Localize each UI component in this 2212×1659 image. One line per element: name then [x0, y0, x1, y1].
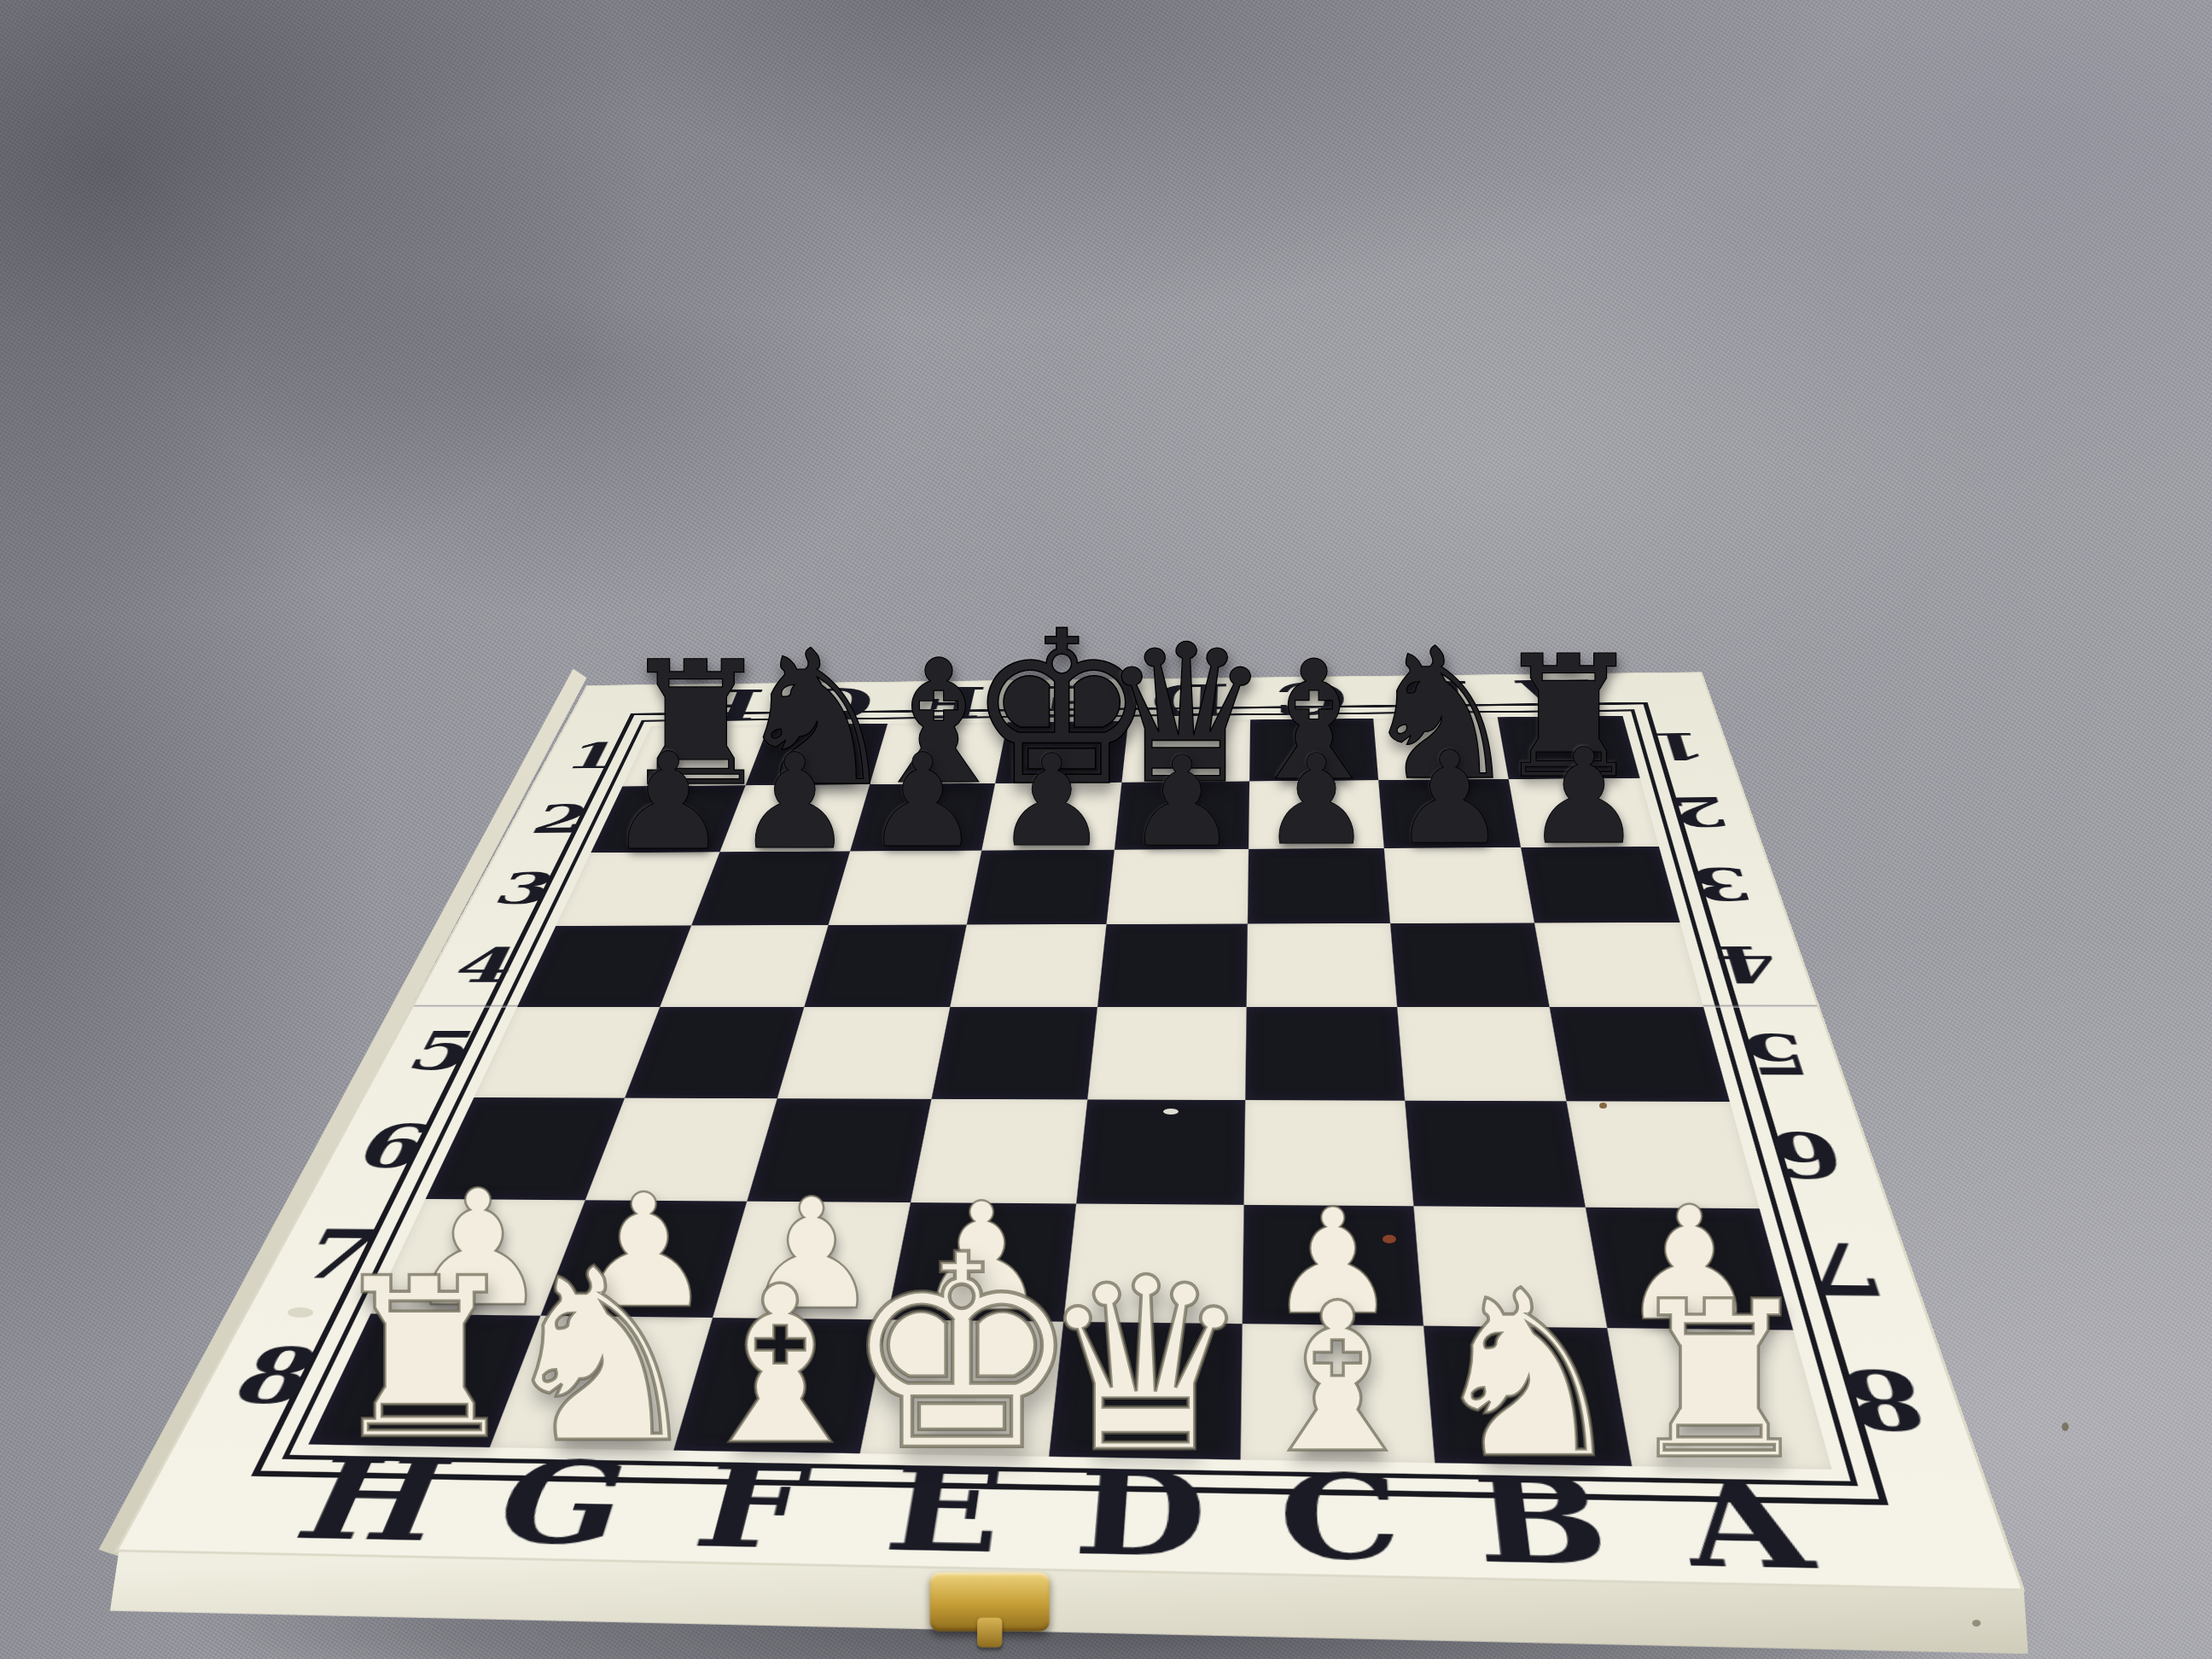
square-f1 — [870, 722, 1007, 784]
square-a3 — [1521, 847, 1680, 923]
square-c2 — [1249, 780, 1384, 849]
photo-scene: { "game": "chess", "scene": { "descripti… — [0, 0, 2212, 1659]
file-label-top-c: C — [1250, 677, 1373, 719]
file-label-top-a: A — [1490, 674, 1623, 718]
square-c6 — [1244, 1100, 1414, 1206]
square-f3 — [829, 851, 982, 925]
file-label-top-e: E — [1008, 679, 1133, 722]
square-b8 — [1423, 1326, 1632, 1466]
square-c4 — [1247, 923, 1398, 1007]
file-label-top-d: D — [1128, 678, 1251, 721]
square-c7 — [1243, 1205, 1423, 1326]
square-d5 — [1087, 1007, 1246, 1100]
square-b3 — [1384, 847, 1534, 923]
square-d2 — [1115, 781, 1249, 849]
square-f4 — [804, 924, 966, 1007]
square-e8 — [860, 1319, 1064, 1456]
square-b2 — [1378, 779, 1521, 848]
square-f2 — [850, 783, 995, 852]
square-b1 — [1373, 717, 1508, 780]
square-d3 — [1106, 849, 1249, 924]
rank-label-right-1: 1 — [1622, 715, 1737, 778]
square-b7 — [1413, 1206, 1607, 1328]
square-d7 — [1063, 1203, 1243, 1324]
file-label-bottom-d: D — [1037, 1457, 1241, 1573]
square-c1 — [1249, 719, 1378, 782]
square-e7 — [887, 1202, 1076, 1322]
file-label-bottom-c: C — [1239, 1460, 1444, 1577]
rank-label-right-3: 3 — [1659, 846, 1788, 923]
square-d4 — [1097, 923, 1248, 1007]
square-d1 — [1121, 719, 1250, 782]
square-c3 — [1248, 848, 1390, 924]
file-label-bottom-f: F — [641, 1451, 859, 1564]
brass-clasp — [929, 1572, 1050, 1631]
rank-label-right-2: 2 — [1640, 777, 1761, 847]
square-c8 — [1241, 1324, 1435, 1463]
square-b4 — [1390, 923, 1550, 1007]
square-a2 — [1509, 778, 1659, 847]
fabric-speck — [2062, 1423, 2069, 1431]
square-e3 — [967, 850, 1115, 925]
file-label-bottom-a: A — [1632, 1466, 1864, 1586]
square-g3 — [691, 851, 850, 925]
file-label-top-h: H — [651, 684, 785, 726]
file-label-bottom-e: E — [837, 1453, 1049, 1569]
square-f6 — [747, 1098, 931, 1202]
square-a4 — [1534, 923, 1703, 1007]
file-label-top-f: F — [888, 681, 1016, 724]
rank-label-right-5: 5 — [1703, 1007, 1851, 1102]
square-e5 — [931, 1007, 1097, 1099]
square-g2 — [719, 784, 870, 852]
file-label-bottom-b: B — [1435, 1463, 1652, 1580]
square-g1 — [746, 724, 888, 785]
square-f7 — [713, 1202, 911, 1320]
square-e6 — [911, 1099, 1087, 1204]
file-label-top-g: G — [769, 683, 899, 725]
square-a1 — [1498, 716, 1640, 779]
square-b6 — [1405, 1101, 1586, 1208]
square-e4 — [950, 924, 1106, 1007]
square-a6 — [1566, 1101, 1759, 1208]
square-a7 — [1586, 1208, 1793, 1330]
square-c5 — [1245, 1007, 1405, 1101]
square-d8 — [1049, 1322, 1243, 1460]
file-label-top-b: B — [1370, 675, 1497, 719]
square-a5 — [1550, 1007, 1730, 1102]
square-f5 — [777, 1007, 950, 1099]
square-b5 — [1397, 1007, 1566, 1101]
square-e1 — [995, 721, 1128, 783]
square-e2 — [981, 783, 1121, 851]
brass-clasp-tongue — [977, 1618, 1002, 1648]
board-plane: HHGGFFEEDDCCBBAA1122334455667788 — [119, 672, 2021, 1588]
rank-label-right-4: 4 — [1680, 923, 1818, 1007]
square-d6 — [1076, 1099, 1245, 1204]
